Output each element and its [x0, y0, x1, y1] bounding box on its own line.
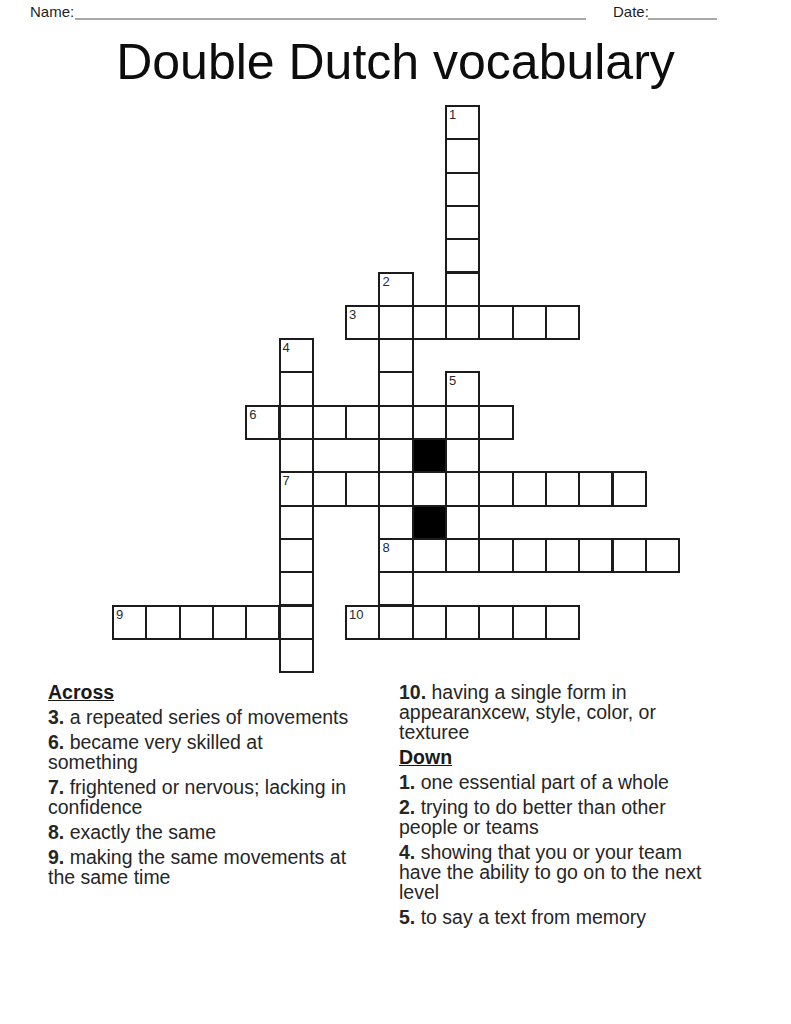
grid-cell[interactable]: [445, 438, 480, 473]
grid-cell[interactable]: [279, 571, 314, 606]
grid-cell[interactable]: [645, 538, 680, 573]
clue-down-4: 4. showing that you or your team have th…: [399, 842, 715, 902]
grid-cell[interactable]: [378, 438, 413, 473]
grid-cell[interactable]: [412, 305, 447, 340]
grid-cell[interactable]: [179, 605, 214, 640]
cell-number-1: 1: [449, 108, 456, 121]
grid-cell[interactable]: [478, 305, 513, 340]
grid-cell[interactable]: [378, 338, 413, 373]
clue-text: showing that you or your team have the a…: [399, 841, 701, 903]
grid-cell[interactable]: [145, 605, 180, 640]
down-clue-list: 1. one essential part of a whole2. tryin…: [399, 772, 715, 927]
clue-number: 3.: [48, 706, 64, 728]
grid-cell[interactable]: [612, 471, 647, 506]
grid-cell[interactable]: [279, 405, 314, 440]
cell-number-8: 8: [382, 541, 389, 554]
grid-cell[interactable]: [412, 405, 447, 440]
across-clue-list: 3. a repeated series of movements6. beca…: [48, 707, 353, 887]
across-clues-column: Across 3. a repeated series of movements…: [48, 682, 353, 892]
grid-cell[interactable]: [378, 405, 413, 440]
black-cell: [412, 505, 447, 540]
cell-number-5: 5: [449, 374, 456, 387]
down-heading: Down: [399, 747, 715, 767]
grid-cell[interactable]: [279, 638, 314, 673]
grid-cell[interactable]: [378, 471, 413, 506]
grid-cell[interactable]: [612, 538, 647, 573]
clue-number: 4.: [399, 841, 415, 863]
grid-cell[interactable]: [212, 605, 247, 640]
across-clue-list-continued: 10. having a single form in appearanxcew…: [399, 682, 715, 742]
grid-cell[interactable]: [478, 605, 513, 640]
grid-cell[interactable]: [445, 471, 480, 506]
clue-number: 7.: [48, 776, 64, 798]
grid-cell[interactable]: [445, 305, 480, 340]
grid-cell[interactable]: [478, 538, 513, 573]
cell-number-3: 3: [349, 308, 356, 321]
grid-cell[interactable]: [478, 471, 513, 506]
clue-number: 8.: [48, 821, 64, 843]
grid-cell[interactable]: [545, 605, 580, 640]
clue-text: having a single form in appearanxcew, st…: [399, 681, 656, 743]
clue-text: exactly the same: [64, 821, 216, 843]
clue-down-2: 2. trying to do better than other people…: [399, 797, 715, 837]
clue-number: 5.: [399, 906, 415, 928]
grid-cell[interactable]: [512, 538, 547, 573]
grid-cell[interactable]: [512, 605, 547, 640]
grid-cell[interactable]: [378, 371, 413, 406]
grid-cell[interactable]: [445, 205, 480, 240]
grid-cell[interactable]: [279, 438, 314, 473]
down-clues-column: 10. having a single form in appearanxcew…: [399, 682, 715, 932]
cell-number-4: 4: [283, 341, 290, 354]
grid-cell[interactable]: [445, 405, 480, 440]
grid-cell[interactable]: [545, 471, 580, 506]
grid-cell[interactable]: [412, 471, 447, 506]
clue-across-7: 7. frightened or nervous; lacking in con…: [48, 777, 353, 817]
date-blank-line: [648, 2, 717, 20]
grid-cell[interactable]: [445, 172, 480, 207]
across-heading: Across: [48, 682, 353, 702]
name-blank-line: [75, 2, 586, 20]
grid-cell[interactable]: [512, 471, 547, 506]
grid-cell[interactable]: [412, 538, 447, 573]
clue-across-6: 6. became very skilled at something: [48, 732, 353, 772]
grid-cell[interactable]: [345, 471, 380, 506]
grid-cell[interactable]: [445, 238, 480, 273]
clue-number: 2.: [399, 796, 415, 818]
grid-cell[interactable]: [279, 538, 314, 573]
grid-cell[interactable]: [279, 605, 314, 640]
cell-number-7: 7: [283, 474, 290, 487]
grid-cell[interactable]: [279, 505, 314, 540]
clue-text: making the same movements at the same ti…: [48, 846, 346, 888]
grid-cell[interactable]: [378, 571, 413, 606]
grid-cell[interactable]: [245, 605, 280, 640]
name-label: Name:: [30, 3, 74, 20]
grid-cell[interactable]: [412, 605, 447, 640]
clue-number: 9.: [48, 846, 64, 868]
clue-text: one essential part of a whole: [415, 771, 669, 793]
grid-cell[interactable]: [445, 138, 480, 173]
grid-cell[interactable]: [545, 305, 580, 340]
grid-cell[interactable]: [312, 405, 347, 440]
grid-cell[interactable]: [345, 405, 380, 440]
grid-cell[interactable]: [445, 272, 480, 307]
clue-text: to say a text from memory: [415, 906, 646, 928]
clue-number: 1.: [399, 771, 415, 793]
grid-cell[interactable]: [545, 538, 580, 573]
clue-across-10: 10. having a single form in appearanxcew…: [399, 682, 715, 742]
grid-cell[interactable]: [478, 405, 513, 440]
clue-across-3: 3. a repeated series of movements: [48, 707, 353, 727]
clue-number: 10.: [399, 681, 426, 703]
clue-text: became very skilled at something: [48, 731, 263, 773]
clue-text: frightened or nervous; lacking in confid…: [48, 776, 346, 818]
grid-cell[interactable]: [445, 538, 480, 573]
grid-cell[interactable]: [279, 371, 314, 406]
cell-number-10: 10: [349, 608, 363, 621]
clue-text: a repeated series of movements: [64, 706, 348, 728]
cell-number-9: 9: [116, 608, 123, 621]
clue-down-1: 1. one essential part of a whole: [399, 772, 715, 792]
clue-across-9: 9. making the same movements at the same…: [48, 847, 353, 887]
grid-cell[interactable]: [378, 305, 413, 340]
cell-number-6: 6: [249, 408, 256, 421]
cell-number-2: 2: [382, 275, 389, 288]
grid-cell[interactable]: [445, 505, 480, 540]
clue-across-8: 8. exactly the same: [48, 822, 353, 842]
clue-number: 6.: [48, 731, 64, 753]
grid-cell[interactable]: [512, 305, 547, 340]
crossword-grid: 12345678910: [112, 105, 682, 675]
clue-down-5: 5. to say a text from memory: [399, 907, 715, 927]
grid-cell[interactable]: [578, 471, 613, 506]
date-label: Date:: [613, 3, 649, 20]
grid-cell[interactable]: [378, 605, 413, 640]
black-cell: [412, 438, 447, 473]
grid-cell[interactable]: [378, 505, 413, 540]
page-title: Double Dutch vocabulary: [0, 33, 791, 91]
grid-cell[interactable]: [312, 471, 347, 506]
clue-text: trying to do better than other people or…: [399, 796, 666, 838]
grid-cell[interactable]: [445, 605, 480, 640]
grid-cell[interactable]: [578, 538, 613, 573]
